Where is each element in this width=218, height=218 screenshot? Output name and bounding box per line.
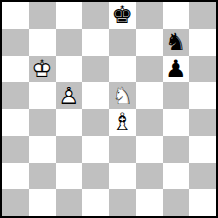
piece-black-king[interactable]: ♚ xyxy=(109,2,136,29)
square-b6[interactable]: ♚♔ xyxy=(29,56,56,83)
square-g6[interactable]: ♟ xyxy=(163,56,190,83)
square-a1[interactable] xyxy=(2,189,29,216)
square-e8[interactable]: ♚ xyxy=(109,2,136,29)
piece-white-bishop[interactable]: ♝♗ xyxy=(109,109,136,136)
square-e4[interactable]: ♝♗ xyxy=(109,109,136,136)
square-d2[interactable] xyxy=(82,163,109,190)
square-c5[interactable]: ♟♙ xyxy=(56,82,83,109)
square-e1[interactable] xyxy=(109,189,136,216)
square-c7[interactable] xyxy=(56,29,83,56)
square-b2[interactable] xyxy=(29,163,56,190)
square-b4[interactable] xyxy=(29,109,56,136)
square-h6[interactable] xyxy=(189,56,216,83)
square-a6[interactable] xyxy=(2,56,29,83)
square-c4[interactable] xyxy=(56,109,83,136)
square-f1[interactable] xyxy=(136,189,163,216)
black-knight-icon: ♞ xyxy=(165,30,187,54)
square-f5[interactable] xyxy=(136,82,163,109)
square-e6[interactable] xyxy=(109,56,136,83)
square-c1[interactable] xyxy=(56,189,83,216)
square-g8[interactable] xyxy=(163,2,190,29)
square-b3[interactable] xyxy=(29,136,56,163)
square-g2[interactable] xyxy=(163,163,190,190)
square-e7[interactable] xyxy=(109,29,136,56)
square-d4[interactable] xyxy=(82,109,109,136)
square-e5[interactable]: ♞♘ xyxy=(109,82,136,109)
square-a2[interactable] xyxy=(2,163,29,190)
white-king-icon: ♔ xyxy=(31,57,53,81)
white-bishop-icon: ♗ xyxy=(112,110,134,134)
square-a7[interactable] xyxy=(2,29,29,56)
square-g5[interactable] xyxy=(163,82,190,109)
square-d1[interactable] xyxy=(82,189,109,216)
square-c8[interactable] xyxy=(56,2,83,29)
white-pawn-icon: ♙ xyxy=(58,84,80,108)
square-f7[interactable] xyxy=(136,29,163,56)
square-d7[interactable] xyxy=(82,29,109,56)
square-g4[interactable] xyxy=(163,109,190,136)
piece-black-pawn[interactable]: ♟ xyxy=(163,56,190,83)
square-a5[interactable] xyxy=(2,82,29,109)
white-knight-icon: ♘ xyxy=(112,84,134,108)
square-g3[interactable] xyxy=(163,136,190,163)
piece-black-knight[interactable]: ♞ xyxy=(163,29,190,56)
square-d5[interactable] xyxy=(82,82,109,109)
square-h7[interactable] xyxy=(189,29,216,56)
square-a4[interactable] xyxy=(2,109,29,136)
square-h3[interactable] xyxy=(189,136,216,163)
square-g1[interactable] xyxy=(163,189,190,216)
square-c6[interactable] xyxy=(56,56,83,83)
square-f3[interactable] xyxy=(136,136,163,163)
square-c3[interactable] xyxy=(56,136,83,163)
square-f6[interactable] xyxy=(136,56,163,83)
square-e2[interactable] xyxy=(109,163,136,190)
chessboard: ♚♞♚♔♟♟♙♞♘♝♗ xyxy=(0,0,218,218)
square-b8[interactable] xyxy=(29,2,56,29)
square-h5[interactable] xyxy=(189,82,216,109)
square-b7[interactable] xyxy=(29,29,56,56)
square-c2[interactable] xyxy=(56,163,83,190)
square-d6[interactable] xyxy=(82,56,109,83)
square-a3[interactable] xyxy=(2,136,29,163)
black-pawn-icon: ♟ xyxy=(165,57,187,81)
square-f8[interactable] xyxy=(136,2,163,29)
square-e3[interactable] xyxy=(109,136,136,163)
square-d3[interactable] xyxy=(82,136,109,163)
piece-white-knight[interactable]: ♞♘ xyxy=(109,82,136,109)
square-h8[interactable] xyxy=(189,2,216,29)
square-h1[interactable] xyxy=(189,189,216,216)
square-f2[interactable] xyxy=(136,163,163,190)
square-b5[interactable] xyxy=(29,82,56,109)
square-d8[interactable] xyxy=(82,2,109,29)
square-f4[interactable] xyxy=(136,109,163,136)
square-h4[interactable] xyxy=(189,109,216,136)
piece-white-king[interactable]: ♚♔ xyxy=(29,56,56,83)
square-a8[interactable] xyxy=(2,2,29,29)
piece-white-pawn[interactable]: ♟♙ xyxy=(56,82,83,109)
square-g7[interactable]: ♞ xyxy=(163,29,190,56)
square-b1[interactable] xyxy=(29,189,56,216)
square-h2[interactable] xyxy=(189,163,216,190)
black-king-icon: ♚ xyxy=(112,3,134,27)
